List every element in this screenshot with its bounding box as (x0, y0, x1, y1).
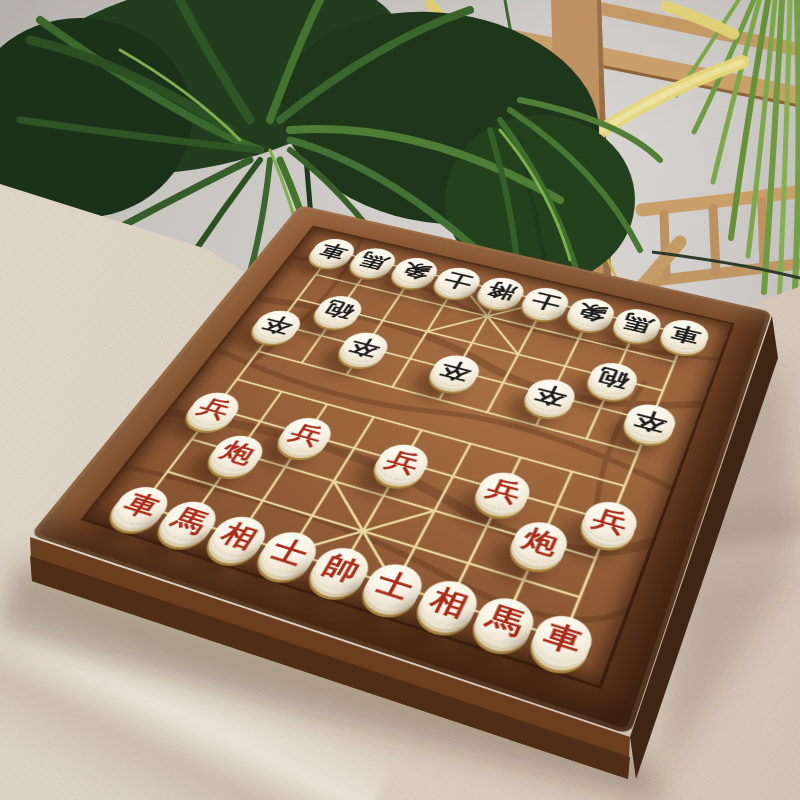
piece-glyph: 砲 (595, 365, 633, 391)
piece-red-soldier[interactable]: 兵 (183, 388, 247, 430)
piece-black-soldier[interactable]: 卒 (621, 400, 680, 443)
piece-glyph: 士 (372, 568, 418, 604)
piece-glyph: 車 (119, 490, 165, 522)
piece-black-advisor[interactable]: 士 (431, 264, 486, 298)
piece-glyph: 帥 (318, 551, 364, 586)
piece-glyph: 卒 (532, 382, 571, 409)
piece-black-elephant[interactable]: 象 (389, 254, 444, 287)
piece-red-chariot[interactable]: 車 (527, 609, 598, 669)
piece-glyph: 士 (267, 535, 313, 569)
piece-glyph: 卒 (631, 407, 670, 435)
piece-glyph: 馬 (357, 250, 393, 271)
piece-glyph: 兵 (589, 505, 631, 538)
piece-black-elephant[interactable]: 象 (564, 295, 619, 331)
piece-black-advisor[interactable]: 士 (519, 284, 574, 319)
piece-glyph: 砲 (321, 298, 358, 321)
piece-red-soldier[interactable]: 兵 (472, 467, 537, 515)
piece-glyph: 馬 (482, 602, 528, 640)
piece-red-soldier[interactable]: 兵 (274, 413, 338, 457)
piece-glyph: 卒 (346, 335, 384, 360)
piece-black-horse[interactable]: 馬 (611, 305, 666, 342)
piece-glyph: 車 (668, 322, 704, 346)
piece-glyph: 馬 (167, 505, 213, 537)
piece-glyph: 兵 (382, 447, 424, 477)
piece-red-horse[interactable]: 馬 (470, 592, 541, 650)
piece-glyph: 車 (316, 241, 352, 262)
piece-red-soldier[interactable]: 兵 (578, 496, 643, 546)
piece-glyph: 相 (426, 584, 472, 621)
piece-glyph: 車 (540, 619, 586, 658)
piece-black-horse[interactable]: 馬 (347, 245, 402, 277)
piece-black-cannon[interactable]: 砲 (585, 359, 643, 399)
piece-glyph: 士 (529, 290, 565, 313)
piece-black-cannon[interactable]: 砲 (311, 292, 368, 327)
piece-glyph: 象 (398, 260, 434, 282)
piece-glyph: 相 (216, 520, 262, 553)
piece-glyph: 象 (574, 301, 610, 324)
piece-glyph: 兵 (286, 421, 328, 449)
piece-red-cannon[interactable]: 炮 (507, 516, 574, 568)
piece-glyph: 兵 (483, 475, 525, 506)
piece-black-soldier[interactable]: 卒 (335, 328, 394, 366)
piece-black-soldier[interactable]: 卒 (249, 307, 308, 343)
piece-glyph: 將 (484, 280, 520, 302)
piece-glyph: 兵 (194, 395, 236, 422)
piece-red-soldier[interactable]: 兵 (371, 440, 435, 486)
piece-red-general[interactable]: 帥 (306, 542, 377, 596)
piece-glyph: 炮 (216, 438, 259, 467)
piece-red-cannon[interactable]: 炮 (205, 431, 271, 476)
piece-black-chariot[interactable]: 車 (658, 316, 713, 353)
piece-glyph: 卒 (259, 313, 297, 337)
piece-glyph: 炮 (519, 525, 562, 559)
piece-red-advisor[interactable]: 士 (359, 558, 430, 613)
piece-glyph: 卒 (437, 358, 476, 384)
piece-black-soldier[interactable]: 卒 (426, 351, 485, 390)
piece-glyph: 士 (441, 270, 477, 292)
piece-black-soldier[interactable]: 卒 (521, 375, 580, 416)
scene-photo: { "game": "xiangqi", "scene_title": "Woo… (0, 0, 800, 800)
piece-red-elephant[interactable]: 相 (414, 575, 485, 631)
piece-black-general[interactable]: 將 (475, 274, 530, 308)
piece-glyph: 馬 (620, 311, 656, 335)
